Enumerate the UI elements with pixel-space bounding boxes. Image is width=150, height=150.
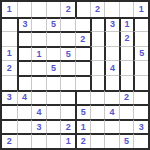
- cell-r5c4[interactable]: 5: [46, 60, 61, 75]
- cell-r4c9[interactable]: [119, 46, 134, 61]
- given-digit: 3: [110, 20, 115, 29]
- cell-r8c7[interactable]: [90, 104, 105, 119]
- cell-r3c8[interactable]: [104, 31, 119, 46]
- cell-r7c8[interactable]: [104, 90, 119, 105]
- cell-r10c4[interactable]: [46, 133, 61, 148]
- given-digit: 5: [66, 50, 71, 59]
- cell-r1c3[interactable]: [31, 2, 46, 17]
- cell-r10c5[interactable]: 1: [60, 133, 75, 148]
- cell-r8c2[interactable]: [17, 104, 32, 119]
- cell-r3c6[interactable]: 2: [75, 31, 90, 46]
- puzzle-page: 1221353122115525434245432132125: [0, 0, 150, 150]
- cell-r3c7[interactable]: [90, 31, 105, 46]
- cell-r7c9[interactable]: 2: [119, 90, 134, 105]
- cell-r9c1[interactable]: [2, 119, 17, 134]
- cell-r4c4[interactable]: [46, 46, 61, 61]
- given-digit: 1: [66, 137, 71, 146]
- cell-r6c7[interactable]: [90, 75, 105, 90]
- cell-r1c4[interactable]: [46, 2, 61, 17]
- cell-r4c2[interactable]: [17, 46, 32, 61]
- cell-r7c7[interactable]: [90, 90, 105, 105]
- given-digit: 1: [7, 49, 12, 58]
- given-digit: 5: [124, 137, 129, 146]
- cell-r10c7[interactable]: [90, 133, 105, 148]
- cell-r6c5[interactable]: [60, 75, 75, 90]
- cell-r9c2[interactable]: [17, 119, 32, 134]
- cell-r1c7[interactable]: 2: [90, 2, 105, 17]
- cell-r1c5[interactable]: 2: [60, 2, 75, 17]
- cell-r1c10[interactable]: 1: [133, 2, 148, 17]
- cell-r9c5[interactable]: 2: [60, 119, 75, 134]
- cell-r3c1[interactable]: [2, 31, 17, 46]
- cell-r10c2[interactable]: [17, 133, 32, 148]
- cell-r5c8[interactable]: 4: [104, 60, 119, 75]
- cell-r2c2[interactable]: 3: [17, 17, 32, 32]
- cell-r5c7[interactable]: [90, 60, 105, 75]
- cell-r7c10[interactable]: [133, 90, 148, 105]
- cell-r5c9[interactable]: [119, 60, 134, 75]
- given-digit: 2: [7, 137, 12, 146]
- cell-r4c10[interactable]: 5: [133, 46, 148, 61]
- cell-r4c5[interactable]: 5: [60, 46, 75, 61]
- cell-r6c2[interactable]: [17, 75, 32, 90]
- cell-r5c1[interactable]: 2: [2, 60, 17, 75]
- cell-r6c10[interactable]: [133, 75, 148, 90]
- cell-r8c6[interactable]: 5: [75, 104, 90, 119]
- cell-r8c8[interactable]: 4: [104, 104, 119, 119]
- given-digit: 2: [80, 35, 85, 44]
- cell-r2c10[interactable]: [133, 17, 148, 32]
- cell-r7c4[interactable]: [46, 90, 61, 105]
- cell-r4c1[interactable]: 1: [2, 46, 17, 61]
- cell-r6c3[interactable]: [31, 75, 46, 90]
- cell-r7c2[interactable]: 4: [17, 90, 32, 105]
- cell-r10c9[interactable]: 5: [119, 133, 134, 148]
- cell-r1c2[interactable]: [17, 2, 32, 17]
- cell-r10c10[interactable]: [133, 133, 148, 148]
- cell-r10c8[interactable]: [104, 133, 119, 148]
- given-digit: 1: [139, 5, 144, 14]
- cell-r8c1[interactable]: [2, 104, 17, 119]
- cell-r2c4[interactable]: 5: [46, 17, 61, 32]
- cell-r3c9[interactable]: 2: [119, 31, 134, 46]
- cell-r8c4[interactable]: [46, 104, 61, 119]
- cell-r3c5[interactable]: [60, 31, 75, 46]
- cell-r6c8[interactable]: [104, 75, 119, 90]
- cell-r6c4[interactable]: [46, 75, 61, 90]
- given-digit: 4: [110, 64, 115, 73]
- cell-r3c4[interactable]: [46, 31, 61, 46]
- cell-r6c9[interactable]: [119, 75, 134, 90]
- cell-r8c9[interactable]: [119, 104, 134, 119]
- cell-r7c6[interactable]: [75, 90, 90, 105]
- cell-r3c3[interactable]: [31, 31, 46, 46]
- cell-r1c9[interactable]: [119, 2, 134, 17]
- cell-r9c4[interactable]: [46, 119, 61, 134]
- given-digit: 4: [109, 108, 114, 117]
- cell-r10c1[interactable]: 2: [2, 133, 17, 148]
- cell-r9c8[interactable]: [104, 119, 119, 134]
- cell-r2c8[interactable]: 3: [104, 17, 119, 32]
- cell-r5c10[interactable]: [133, 60, 148, 75]
- cell-r1c6[interactable]: [75, 2, 90, 17]
- cell-r4c7[interactable]: [90, 46, 105, 61]
- given-digit: 3: [7, 93, 12, 102]
- given-digit: 2: [125, 34, 130, 43]
- given-digit: 3: [22, 20, 27, 29]
- given-digit: 3: [36, 123, 41, 132]
- cell-r8c3[interactable]: 4: [31, 104, 46, 119]
- given-digit: 2: [81, 137, 86, 146]
- cell-r3c10[interactable]: [133, 31, 148, 46]
- given-digit: 2: [124, 93, 129, 102]
- cell-r2c7[interactable]: [90, 17, 105, 32]
- cell-r9c6[interactable]: 1: [75, 119, 90, 134]
- given-digit: 3: [139, 123, 144, 132]
- cell-r7c1[interactable]: 3: [2, 90, 17, 105]
- cell-r8c10[interactable]: [133, 104, 148, 119]
- given-digit: 1: [36, 50, 41, 59]
- given-digit: 5: [51, 20, 56, 29]
- cell-r4c6[interactable]: [75, 46, 90, 61]
- cell-r6c6[interactable]: [75, 75, 90, 90]
- given-digit: 5: [139, 49, 144, 58]
- given-digit: 1: [125, 20, 130, 29]
- given-digit: 2: [66, 123, 71, 132]
- cell-r7c5[interactable]: [60, 90, 75, 105]
- given-digit: 1: [81, 123, 86, 132]
- cell-r3c2[interactable]: [17, 31, 32, 46]
- given-digit: 2: [66, 5, 71, 14]
- cell-r1c8[interactable]: [104, 2, 119, 17]
- cell-r2c9[interactable]: 1: [119, 17, 134, 32]
- cell-r4c8[interactable]: [104, 46, 119, 61]
- cell-r9c7[interactable]: [90, 119, 105, 134]
- cell-r1c1[interactable]: 1: [2, 2, 17, 17]
- cell-r5c6[interactable]: [75, 60, 90, 75]
- given-digit: 5: [51, 64, 56, 73]
- board-grid: 1221353122115525434245432132125: [0, 0, 150, 150]
- cell-r2c6[interactable]: [75, 17, 90, 32]
- given-digit: 2: [7, 64, 12, 73]
- cell-r6c1[interactable]: [2, 75, 17, 90]
- cell-r10c6[interactable]: 2: [75, 133, 90, 148]
- cell-r4c3[interactable]: 1: [31, 46, 46, 61]
- cell-r8c5[interactable]: [60, 104, 75, 119]
- cell-r7c3[interactable]: [31, 90, 46, 105]
- given-digit: 1: [7, 5, 12, 14]
- cell-r2c5[interactable]: [60, 17, 75, 32]
- cell-r5c2[interactable]: [17, 60, 32, 75]
- given-digit: 4: [36, 108, 41, 117]
- cell-r9c10[interactable]: 3: [133, 119, 148, 134]
- cell-r9c3[interactable]: 3: [31, 119, 46, 134]
- cell-r9c9[interactable]: [119, 119, 134, 134]
- given-digit: 5: [81, 108, 86, 117]
- cell-r5c3[interactable]: [31, 60, 46, 75]
- cell-r2c3[interactable]: [31, 17, 46, 32]
- given-digit: 2: [95, 5, 100, 14]
- given-digit: 4: [22, 93, 27, 102]
- cell-r10c3[interactable]: [31, 133, 46, 148]
- cell-r5c5[interactable]: [60, 60, 75, 75]
- cell-r2c1[interactable]: [2, 17, 17, 32]
